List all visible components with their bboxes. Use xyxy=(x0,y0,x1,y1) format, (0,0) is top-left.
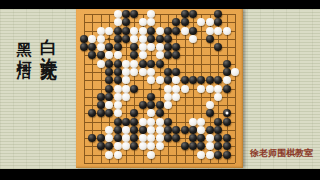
white-stone xyxy=(164,101,172,109)
white-stone xyxy=(197,126,205,134)
white-player-name: 许家元 xyxy=(40,43,57,55)
black-stone xyxy=(197,142,205,150)
white-stone xyxy=(147,43,155,51)
black-stone xyxy=(214,76,222,84)
white-stone xyxy=(164,93,172,101)
white-stone xyxy=(206,101,214,109)
black-stone xyxy=(214,151,222,159)
black-stone xyxy=(114,68,122,76)
white-stone xyxy=(139,134,147,142)
white-stone xyxy=(172,93,180,101)
hoshi-point xyxy=(158,87,161,90)
white-stone xyxy=(114,109,122,117)
black-stone xyxy=(181,142,189,150)
black-stone xyxy=(147,27,155,35)
white-stone xyxy=(105,27,113,35)
white-stone xyxy=(223,76,231,84)
black-stone xyxy=(172,68,180,76)
white-stone xyxy=(139,51,147,59)
black-stone xyxy=(156,101,164,109)
black-stone xyxy=(164,126,172,134)
white-stone xyxy=(181,85,189,93)
white-stone xyxy=(122,68,130,76)
white-stone xyxy=(105,126,113,134)
black-stone xyxy=(105,109,113,117)
white-stone xyxy=(130,27,138,35)
black-stone xyxy=(189,76,197,84)
white-stone xyxy=(114,151,122,159)
white-label: 白 xyxy=(39,25,58,29)
white-stone xyxy=(206,27,214,35)
black-stone xyxy=(164,118,172,126)
black-stone xyxy=(147,35,155,43)
black-stone xyxy=(97,109,105,117)
white-stone xyxy=(147,10,155,18)
white-stone xyxy=(214,27,222,35)
black-stone xyxy=(130,134,138,142)
black-stone xyxy=(105,60,113,68)
black-stone xyxy=(139,126,147,134)
white-stone xyxy=(122,134,130,142)
white-stone xyxy=(214,93,222,101)
white-stone xyxy=(156,118,164,126)
white-stone xyxy=(139,27,147,35)
black-stone xyxy=(214,134,222,142)
white-stone xyxy=(114,51,122,59)
black-stone xyxy=(105,85,113,93)
black-stone xyxy=(172,126,180,134)
black-stone xyxy=(88,134,96,142)
black-stone xyxy=(223,134,231,142)
black-stone xyxy=(130,43,138,51)
black-stone xyxy=(114,60,122,68)
black-label: 黑 xyxy=(16,30,33,34)
white-stone xyxy=(130,35,138,43)
white-stone xyxy=(88,35,96,43)
go-board xyxy=(76,9,243,168)
white-stone xyxy=(105,151,113,159)
black-stone xyxy=(223,68,231,76)
white-stone xyxy=(214,85,222,93)
white-stone xyxy=(122,76,130,84)
white-stone xyxy=(147,151,155,159)
black-stone xyxy=(156,109,164,117)
black-stone xyxy=(130,51,138,59)
white-stone xyxy=(189,118,197,126)
white-stone xyxy=(156,43,164,51)
black-stone xyxy=(206,126,214,134)
black-stone xyxy=(105,142,113,150)
black-stone xyxy=(130,10,138,18)
black-stone xyxy=(114,43,122,51)
black-stone xyxy=(97,142,105,150)
letterbox-top xyxy=(0,0,320,9)
black-stone xyxy=(122,118,130,126)
white-stone xyxy=(114,10,122,18)
black-stone xyxy=(189,126,197,134)
white-stone xyxy=(156,51,164,59)
white-stone xyxy=(181,27,189,35)
black-stone xyxy=(97,93,105,101)
white-stone xyxy=(114,142,122,150)
white-stone xyxy=(122,142,130,150)
black-stone xyxy=(214,43,222,51)
white-stone xyxy=(97,60,105,68)
white-stone xyxy=(147,76,155,84)
black-stone xyxy=(214,18,222,26)
black-stone xyxy=(181,126,189,134)
black-stone xyxy=(223,118,231,126)
black-stone xyxy=(122,18,130,26)
black-stone xyxy=(114,76,122,84)
black-stone xyxy=(97,101,105,109)
white-stone xyxy=(206,142,214,150)
black-stone xyxy=(80,43,88,51)
white-stone xyxy=(147,126,155,134)
black-stone xyxy=(105,68,113,76)
black-stone xyxy=(206,109,214,117)
white-stone xyxy=(147,68,155,76)
black-stone xyxy=(189,10,197,18)
white-stone xyxy=(105,134,113,142)
white-stone xyxy=(206,85,214,93)
video-frame: 黑柯洁 白许家元 徐老师围棋教室 xyxy=(0,0,320,180)
white-stone xyxy=(122,85,130,93)
black-stone xyxy=(105,43,113,51)
black-player-column: 黑柯洁 xyxy=(17,30,32,56)
black-stone xyxy=(197,134,205,142)
white-stone xyxy=(114,101,122,109)
black-stone xyxy=(214,118,222,126)
black-stone xyxy=(88,43,96,51)
black-stone xyxy=(189,134,197,142)
white-stone xyxy=(114,85,122,93)
black-stone xyxy=(147,101,155,109)
black-stone xyxy=(122,35,130,43)
black-stone xyxy=(88,51,96,59)
black-stone xyxy=(223,60,231,68)
black-stone xyxy=(114,134,122,142)
white-stone xyxy=(130,60,138,68)
white-stone xyxy=(147,109,155,117)
white-stone xyxy=(206,134,214,142)
black-stone xyxy=(223,151,231,159)
black-stone xyxy=(105,93,113,101)
white-stone xyxy=(156,76,164,84)
white-stone xyxy=(206,151,214,159)
black-stone xyxy=(164,134,172,142)
black-stone xyxy=(130,118,138,126)
black-stone xyxy=(172,18,180,26)
black-stone xyxy=(214,126,222,134)
white-stone xyxy=(156,142,164,150)
black-stone xyxy=(214,142,222,150)
black-stone xyxy=(223,142,231,150)
black-stone xyxy=(197,76,205,84)
black-stone xyxy=(206,76,214,84)
white-stone xyxy=(172,85,180,93)
white-stone xyxy=(197,118,205,126)
letterbox-bottom xyxy=(0,169,320,180)
caption-text: 徐老师围棋教室 xyxy=(250,147,313,160)
white-stone xyxy=(231,68,239,76)
white-stone xyxy=(147,18,155,26)
black-stone xyxy=(181,76,189,84)
black-stone xyxy=(114,118,122,126)
black-stone xyxy=(181,10,189,18)
white-stone xyxy=(139,18,147,26)
black-stone xyxy=(172,43,180,51)
white-stone xyxy=(197,18,205,26)
black-stone xyxy=(130,142,138,150)
white-stone xyxy=(105,51,113,59)
white-player-column: 白许家元 xyxy=(40,25,57,55)
white-stone xyxy=(189,35,197,43)
black-stone xyxy=(105,76,113,84)
white-stone xyxy=(139,35,147,43)
white-stone xyxy=(139,68,147,76)
black-stone xyxy=(164,43,172,51)
white-stone xyxy=(122,126,130,134)
black-player-name: 柯洁 xyxy=(17,48,32,56)
white-stone xyxy=(197,85,205,93)
black-stone xyxy=(223,85,231,93)
grid-line-h xyxy=(84,163,235,164)
black-stone xyxy=(147,93,155,101)
black-stone xyxy=(80,35,88,43)
black-stone xyxy=(97,134,105,142)
white-stone xyxy=(139,118,147,126)
black-stone xyxy=(189,142,197,150)
black-stone xyxy=(147,60,155,68)
white-stone xyxy=(122,60,130,68)
black-stone xyxy=(172,134,180,142)
black-stone xyxy=(130,126,138,134)
white-stone xyxy=(164,85,172,93)
hoshi-point xyxy=(108,37,111,40)
white-stone xyxy=(147,142,155,150)
black-stone xyxy=(164,76,172,84)
white-stone xyxy=(147,118,155,126)
white-stone xyxy=(223,27,231,35)
black-stone xyxy=(181,18,189,26)
white-stone xyxy=(97,35,105,43)
black-stone xyxy=(164,68,172,76)
white-stone xyxy=(206,18,214,26)
white-stone xyxy=(139,43,147,51)
white-stone xyxy=(156,134,164,142)
white-stone xyxy=(130,68,138,76)
black-stone xyxy=(156,60,164,68)
white-stone xyxy=(156,126,164,134)
black-stone xyxy=(164,35,172,43)
white-stone xyxy=(156,27,164,35)
black-stone xyxy=(139,60,147,68)
white-stone xyxy=(139,142,147,150)
white-stone xyxy=(97,27,105,35)
black-stone xyxy=(130,109,138,117)
black-stone xyxy=(122,27,130,35)
white-stone xyxy=(172,76,180,84)
white-stone xyxy=(105,101,113,109)
black-stone xyxy=(139,101,147,109)
black-stone xyxy=(114,35,122,43)
black-stone xyxy=(114,126,122,134)
white-stone xyxy=(197,151,205,159)
black-stone xyxy=(122,10,130,18)
black-stone xyxy=(206,35,214,43)
white-stone xyxy=(122,93,130,101)
black-stone xyxy=(156,35,164,43)
black-stone xyxy=(189,27,197,35)
black-stone xyxy=(223,109,231,117)
black-stone xyxy=(164,27,172,35)
black-stone xyxy=(172,51,180,59)
grid-line-v xyxy=(235,14,236,163)
white-stone xyxy=(147,134,155,142)
black-stone xyxy=(164,51,172,59)
white-stone xyxy=(114,93,122,101)
black-stone xyxy=(214,10,222,18)
black-stone xyxy=(97,51,105,59)
last-move-marker xyxy=(225,112,228,115)
black-stone xyxy=(130,85,138,93)
black-stone xyxy=(88,109,96,117)
black-stone xyxy=(172,27,180,35)
white-stone xyxy=(114,18,122,26)
black-stone xyxy=(114,27,122,35)
white-stone xyxy=(97,43,105,51)
